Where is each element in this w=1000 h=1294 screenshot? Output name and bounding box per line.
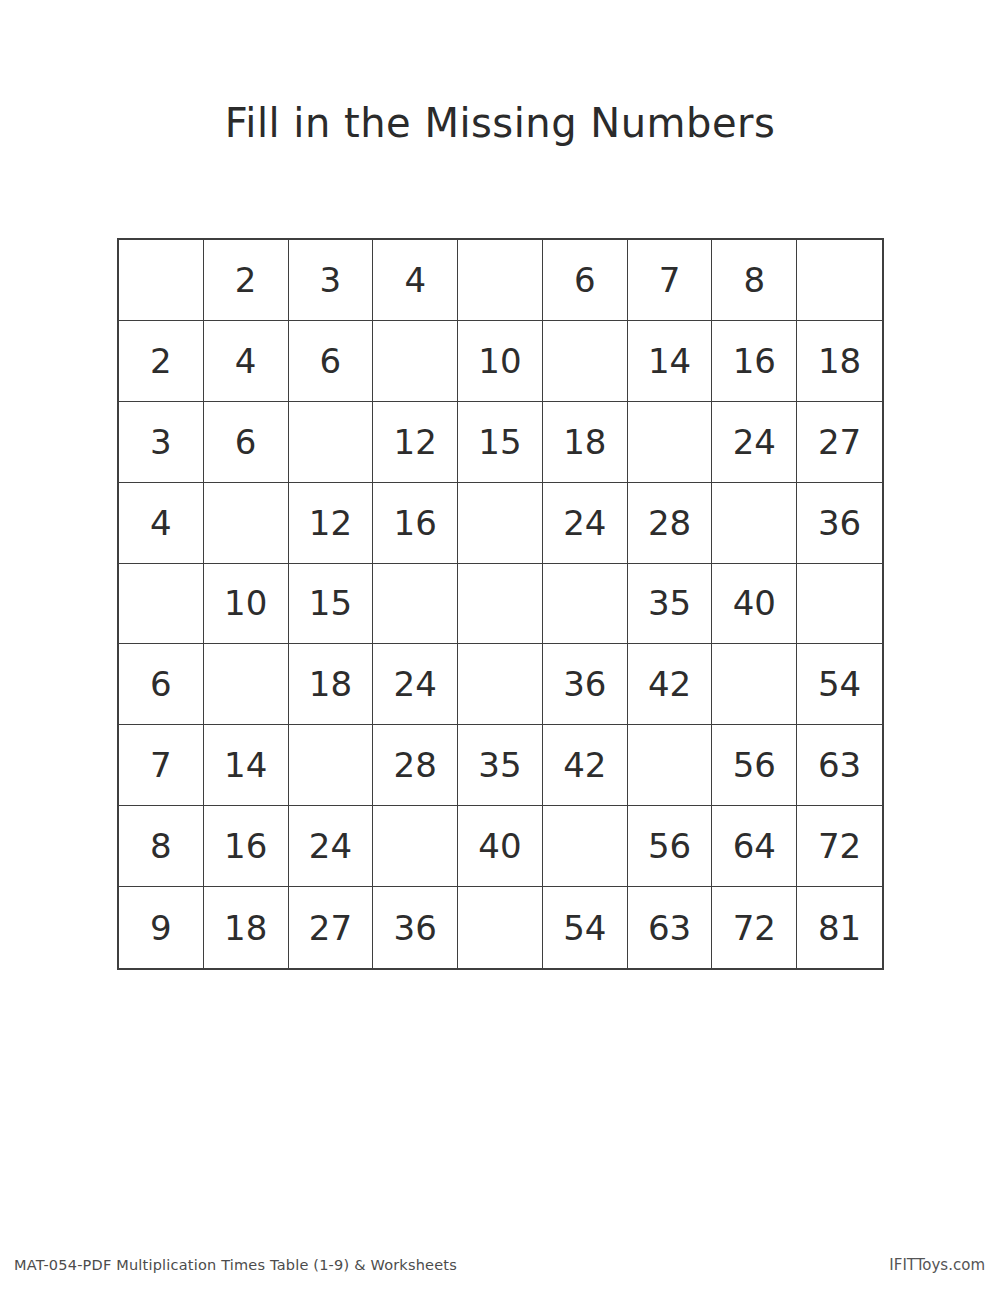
cell-r9-c5-blank[interactable] [458,887,543,968]
cell-r4-c7: 28 [628,483,713,564]
cell-r2-c6-blank[interactable] [543,321,628,402]
cell-r1-c4: 4 [373,240,458,321]
cell-r6-c5-blank[interactable] [458,644,543,725]
cell-r3-c5: 15 [458,402,543,483]
cell-r3-c6: 18 [543,402,628,483]
cell-r3-c4: 12 [373,402,458,483]
cell-r1-c9-blank[interactable] [797,240,882,321]
cell-r2-c2: 4 [204,321,289,402]
cell-r3-c1: 3 [119,402,204,483]
cell-r4-c1: 4 [119,483,204,564]
cell-r7-c8: 56 [712,725,797,806]
cell-r8-c3: 24 [289,806,374,887]
footer-document-label: MAT-054-PDF Multiplication Times Table (… [14,1257,457,1273]
cell-r8-c5: 40 [458,806,543,887]
cell-r1-c1-blank[interactable] [119,240,204,321]
cell-r3-c2: 6 [204,402,289,483]
cell-r1-c6: 6 [543,240,628,321]
cell-r7-c3-blank[interactable] [289,725,374,806]
cell-r5-c8: 40 [712,564,797,645]
cell-r2-c3: 6 [289,321,374,402]
cell-r2-c4-blank[interactable] [373,321,458,402]
cell-r9-c2: 18 [204,887,289,968]
cell-r7-c6: 42 [543,725,628,806]
cell-r4-c9: 36 [797,483,882,564]
cell-r5-c3: 15 [289,564,374,645]
cell-r4-c3: 12 [289,483,374,564]
cell-r4-c6: 24 [543,483,628,564]
cell-r6-c3: 18 [289,644,374,725]
cell-r7-c4: 28 [373,725,458,806]
cell-r4-c4: 16 [373,483,458,564]
cell-r5-c1-blank[interactable] [119,564,204,645]
cell-r2-c8: 16 [712,321,797,402]
cell-r1-c8: 8 [712,240,797,321]
cell-r9-c6: 54 [543,887,628,968]
cell-r6-c1: 6 [119,644,204,725]
cell-r6-c2-blank[interactable] [204,644,289,725]
times-table-grid: 2346782461014161836121518242741216242836… [117,238,884,970]
cell-r3-c7-blank[interactable] [628,402,713,483]
cell-r4-c2-blank[interactable] [204,483,289,564]
cell-r1-c2: 2 [204,240,289,321]
cell-r7-c1: 7 [119,725,204,806]
cell-r6-c7: 42 [628,644,713,725]
cell-r5-c2: 10 [204,564,289,645]
cell-r5-c5-blank[interactable] [458,564,543,645]
cell-r7-c7-blank[interactable] [628,725,713,806]
cell-r5-c6-blank[interactable] [543,564,628,645]
page-title: Fill in the Missing Numbers [0,100,1000,146]
cell-r3-c3-blank[interactable] [289,402,374,483]
cell-r5-c7: 35 [628,564,713,645]
cell-r6-c8-blank[interactable] [712,644,797,725]
cell-r9-c4: 36 [373,887,458,968]
cell-r2-c9: 18 [797,321,882,402]
footer-site-label: IFITToys.com [889,1256,985,1274]
cell-r9-c9: 81 [797,887,882,968]
cell-r2-c1: 2 [119,321,204,402]
cell-r7-c5: 35 [458,725,543,806]
cell-r9-c7: 63 [628,887,713,968]
cell-r7-c2: 14 [204,725,289,806]
cell-r8-c2: 16 [204,806,289,887]
cell-r2-c7: 14 [628,321,713,402]
worksheet-page: Fill in the Missing Numbers 234678246101… [0,0,1000,1294]
cell-r8-c7: 56 [628,806,713,887]
cell-r1-c7: 7 [628,240,713,321]
cell-r8-c8: 64 [712,806,797,887]
cell-r5-c9-blank[interactable] [797,564,882,645]
cell-r5-c4-blank[interactable] [373,564,458,645]
cell-r9-c1: 9 [119,887,204,968]
cell-r6-c9: 54 [797,644,882,725]
cell-r2-c5: 10 [458,321,543,402]
cell-r7-c9: 63 [797,725,882,806]
footer: MAT-054-PDF Multiplication Times Table (… [14,1256,985,1274]
cell-r6-c6: 36 [543,644,628,725]
cell-r1-c3: 3 [289,240,374,321]
cell-r8-c4-blank[interactable] [373,806,458,887]
cell-r9-c3: 27 [289,887,374,968]
cell-r8-c1: 8 [119,806,204,887]
cell-r4-c5-blank[interactable] [458,483,543,564]
cell-r9-c8: 72 [712,887,797,968]
cell-r8-c9: 72 [797,806,882,887]
cell-r3-c9: 27 [797,402,882,483]
cell-r6-c4: 24 [373,644,458,725]
cell-r3-c8: 24 [712,402,797,483]
cell-r1-c5-blank[interactable] [458,240,543,321]
cell-r4-c8-blank[interactable] [712,483,797,564]
cell-r8-c6-blank[interactable] [543,806,628,887]
